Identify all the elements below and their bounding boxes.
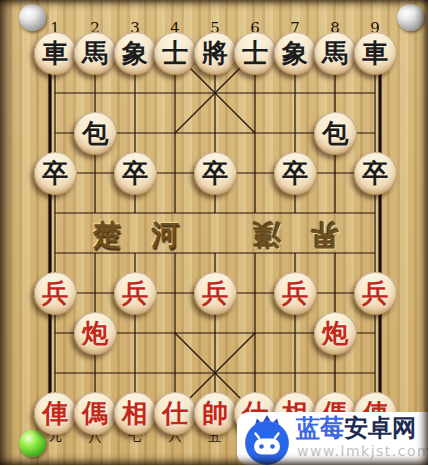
piece-black-file2-rank3[interactable]: 包	[74, 112, 117, 155]
piece-black-file6-rank1[interactable]: 士	[234, 32, 277, 75]
piece-black-file5-rank4[interactable]: 卒	[194, 152, 237, 195]
piece-black-file8-rank1[interactable]: 馬	[314, 32, 357, 75]
piece-black-file7-rank4[interactable]: 卒	[274, 152, 317, 195]
piece-red-file5-rank7[interactable]: 兵	[194, 272, 237, 315]
piece-black-file5-rank1[interactable]: 將	[194, 32, 237, 75]
watermark-url: www.lmkjst.com	[297, 443, 428, 459]
corner-ball-top-right	[397, 4, 424, 31]
piece-black-file9-rank1[interactable]: 車	[354, 32, 397, 75]
piece-black-file3-rank4[interactable]: 卒	[114, 152, 157, 195]
piece-red-file2-rank8[interactable]: 炮	[74, 312, 117, 355]
piece-red-file5-rank10[interactable]: 帥	[194, 392, 237, 435]
piece-red-file7-rank7[interactable]: 兵	[274, 272, 317, 315]
piece-black-file8-rank3[interactable]: 包	[314, 112, 357, 155]
piece-red-file8-rank8[interactable]: 炮	[314, 312, 357, 355]
piece-red-file3-rank10[interactable]: 相	[114, 392, 157, 435]
blueberry-android-logo-icon	[243, 414, 291, 465]
piece-red-file1-rank10[interactable]: 俥	[34, 392, 77, 435]
piece-red-file9-rank7[interactable]: 兵	[354, 272, 397, 315]
piece-black-file1-rank4[interactable]: 卒	[34, 152, 77, 195]
corner-ball-bottom-left	[19, 430, 46, 457]
xiangqi-board-screen: 123456789 九八七六五 楚河 漢界 車馬象士將士象馬車包包卒卒卒卒卒兵兵…	[0, 0, 428, 465]
piece-layer: 車馬象士將士象馬車包包卒卒卒卒卒兵兵兵兵兵炮炮俥傌相仕帥仕相傌俥	[35, 33, 395, 433]
brand-name-dark: 安卓网	[344, 414, 416, 442]
piece-black-file1-rank1[interactable]: 車	[34, 32, 77, 75]
piece-red-file4-rank10[interactable]: 仕	[154, 392, 197, 435]
brand-name-light: 蓝莓	[296, 414, 344, 442]
piece-red-file2-rank10[interactable]: 傌	[74, 392, 117, 435]
corner-ball-top-left	[19, 4, 46, 31]
piece-black-file2-rank1[interactable]: 馬	[74, 32, 117, 75]
piece-red-file1-rank7[interactable]: 兵	[34, 272, 77, 315]
piece-black-file3-rank1[interactable]: 象	[114, 32, 157, 75]
piece-red-file3-rank7[interactable]: 兵	[114, 272, 157, 315]
piece-black-file9-rank4[interactable]: 卒	[354, 152, 397, 195]
watermark-banner[interactable]: 蓝莓安卓网 www.lmkjst.com	[237, 412, 428, 465]
watermark-brand: 蓝莓安卓网	[296, 416, 416, 441]
piece-black-file4-rank1[interactable]: 士	[154, 32, 197, 75]
piece-black-file7-rank1[interactable]: 象	[274, 32, 317, 75]
